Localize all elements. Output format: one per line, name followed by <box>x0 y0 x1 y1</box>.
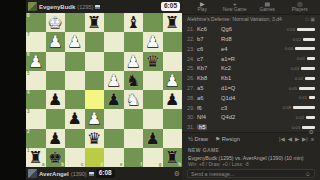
move-time-bar <box>295 47 315 50</box>
game-controls: ½ Draw ⚑ Resign |◀◀▶▶|≡ <box>182 132 320 145</box>
move-time-bar <box>306 116 315 119</box>
move-number: 23. <box>187 46 197 52</box>
square-f6[interactable]: ♟ <box>124 52 144 71</box>
square-a3[interactable]: 3 <box>26 109 46 128</box>
square-d2[interactable]: ♛ <box>85 129 105 148</box>
black-move[interactable]: a1=R <box>221 56 245 62</box>
square-b5[interactable] <box>46 71 66 90</box>
move-time: 0:02 <box>245 37 303 42</box>
square-b8[interactable]: ♚ <box>46 13 66 32</box>
square-c6[interactable] <box>65 52 85 71</box>
square-b6[interactable] <box>46 52 66 71</box>
black-move[interactable]: Kc2 <box>221 65 245 71</box>
square-g2[interactable]: ♟ <box>143 129 163 148</box>
move-number: 29. <box>187 105 197 111</box>
black-rook-h8[interactable]: ♜ <box>163 13 183 32</box>
rank-label-3: 3 <box>27 110 30 115</box>
opening-row: Alekhine's Defense: Normal Variation, 3.… <box>182 15 320 23</box>
draw-half-icon: ½ <box>188 136 193 142</box>
white-move[interactable]: a5 <box>197 85 221 91</box>
black-rook-h1[interactable]: ♜ <box>163 148 183 167</box>
bottom-player-rating: (1390) <box>71 171 87 177</box>
square-c4[interactable] <box>65 90 85 109</box>
top-player-bar: EvgenyBudk (1295) 6:05 <box>26 0 182 13</box>
white-pawn-d3[interactable]: ♟ <box>85 109 105 128</box>
move-time: 0:08 <box>245 105 293 110</box>
square-e8[interactable] <box>104 13 124 32</box>
black-move[interactable]: e4 <box>221 46 245 52</box>
black-knight-f5[interactable]: ♞ <box>124 71 144 90</box>
white-pawn-b7[interactable]: ♟ <box>46 32 66 51</box>
move-row-30: 30.Nf4Q4d20:02 <box>182 113 320 123</box>
opening-book-icon[interactable]: □ <box>305 17 308 22</box>
move-time: 0:02 <box>245 115 306 120</box>
square-c7[interactable]: ♟ <box>65 32 85 51</box>
square-e6[interactable] <box>104 52 124 71</box>
square-h4[interactable]: ♟ <box>163 90 183 109</box>
tab-label: Play <box>198 7 207 13</box>
white-knight-f4[interactable]: ♞ <box>124 90 144 109</box>
move-row-21: 21.Kc6Qg60:04 <box>182 24 320 34</box>
new-game-rating-changes: Win: +8 / Draw: +0 / Loss: -8 <box>188 162 314 167</box>
square-g4[interactable] <box>143 90 163 109</box>
black-rook-a1[interactable]: ♜ <box>26 148 46 167</box>
square-a6[interactable]: 6♟ <box>26 52 46 71</box>
black-pawn-c3[interactable]: ♟ <box>65 109 85 128</box>
square-a5[interactable]: 5 <box>26 71 46 90</box>
square-a7[interactable]: 7 <box>26 32 46 51</box>
black-pawn-h4[interactable]: ♟ <box>163 90 183 109</box>
bottom-player-flag-icon <box>89 172 94 176</box>
square-d5[interactable] <box>85 71 105 90</box>
square-e7[interactable] <box>104 32 124 51</box>
white-pawn-a6[interactable]: ♟ <box>26 52 46 71</box>
board-settings-gear-icon[interactable]: ⚙ <box>174 170 180 177</box>
top-player-clock: 6:05 <box>161 2 180 11</box>
top-player-flag-icon <box>95 5 100 9</box>
square-e3[interactable] <box>104 109 124 128</box>
square-b1[interactable]: b♚ <box>46 148 66 167</box>
move-number: 21. <box>187 26 197 32</box>
square-f4[interactable]: ♞ <box>124 90 144 109</box>
move-row-24: 24.c7a1=R0:01 <box>182 54 320 64</box>
nav-prev-button[interactable]: ◀ <box>288 136 292 142</box>
square-a2[interactable]: 2 <box>26 129 46 148</box>
game-settings-gear-icon[interactable]: ⚙ <box>309 128 314 135</box>
new-game-block: NEW GAME EvgenyBudk (1295) vs. AverAngel… <box>182 145 320 168</box>
move-time: 0:01 <box>245 56 307 61</box>
move-number: 30. <box>187 114 197 120</box>
move-number: 26. <box>187 75 197 81</box>
square-b7[interactable]: ♟ <box>46 32 66 51</box>
chat-emoji-icon[interactable]: ☺ <box>305 171 311 177</box>
tab-play[interactable]: ▶Play <box>186 1 219 13</box>
square-c2[interactable] <box>65 129 85 148</box>
square-d3[interactable]: ♟ <box>85 109 105 128</box>
square-e1[interactable]: e <box>104 148 124 167</box>
black-move[interactable]: Kb1 <box>221 75 245 81</box>
white-move[interactable]: h5 <box>197 124 207 130</box>
resign-button[interactable]: ⚑ Resign <box>215 136 240 142</box>
square-f3[interactable] <box>124 109 144 128</box>
opening-name: Alekhine's Defense: Normal Variation, 3.… <box>187 16 303 22</box>
bottom-player-name[interactable]: AverAngel <box>39 171 69 177</box>
move-time: 0:03 <box>245 66 301 71</box>
square-e5[interactable]: ♟ <box>104 71 124 90</box>
square-b4[interactable]: ♟ <box>46 90 66 109</box>
square-h6[interactable] <box>163 52 183 71</box>
square-h3[interactable] <box>163 109 183 128</box>
move-time: 0:05 <box>245 86 299 91</box>
white-move[interactable]: b7 <box>197 36 221 42</box>
resign-flag-icon: ⚑ <box>215 136 220 142</box>
tab-label: Players <box>292 7 308 13</box>
square-h1[interactable]: h♜ <box>163 148 183 167</box>
move-number: 28. <box>187 95 197 101</box>
move-time: 0:02 <box>245 76 305 81</box>
chess-app: EvgenyBudk (1295) 6:05 8♚♜♝♜7♟♟♟6♟♟♛5♟♞♟… <box>0 0 320 180</box>
side-panel: ▶Play+New Game▤Games◎Players Alekhine's … <box>182 0 320 180</box>
white-move[interactable]: Kc6 <box>197 26 221 32</box>
black-move[interactable]: Q1d4 <box>221 95 245 101</box>
white-move[interactable]: c6 <box>197 46 221 52</box>
rank-label-8: 8 <box>27 14 30 19</box>
draw-button[interactable]: ½ Draw <box>188 136 208 142</box>
bottom-player-avatar[interactable] <box>28 169 37 178</box>
square-b3[interactable] <box>46 109 66 128</box>
white-pawn-c7[interactable]: ♟ <box>65 32 85 51</box>
black-king-b1[interactable]: ♚ <box>46 148 66 167</box>
bottom-player-clock: 6:08 <box>96 169 115 178</box>
tab-label: Games <box>260 7 275 13</box>
square-f8[interactable]: ♝ <box>124 13 144 32</box>
move-row-29: 29.f6c30:08 <box>182 103 320 113</box>
move-row-25: 25.Kb7Kc20:03 <box>182 64 320 74</box>
white-move[interactable]: f6 <box>197 105 221 111</box>
move-time-bar <box>299 87 315 90</box>
square-f1[interactable]: f <box>124 148 144 167</box>
white-pawn-f6[interactable]: ♟ <box>124 52 144 71</box>
square-g1[interactable]: g <box>143 148 163 167</box>
black-move[interactable]: Q4d2 <box>221 114 245 120</box>
chat-placeholder: Send a message... <box>191 171 305 177</box>
rank-label-4: 4 <box>27 91 30 96</box>
chess-board[interactable]: 8♚♜♝♜7♟♟♟6♟♟♛5♟♞♟4♟♟♞♟3♟♟2♟♛♟1a♜b♚cdefgh… <box>26 13 182 167</box>
top-player-avatar[interactable] <box>28 2 37 11</box>
white-pawn-g7[interactable]: ♟ <box>143 32 163 51</box>
white-king-b8[interactable]: ♚ <box>46 13 66 32</box>
black-pawn-b2[interactable]: ♟ <box>46 129 66 148</box>
square-g3[interactable] <box>143 109 163 128</box>
square-c5[interactable] <box>65 71 85 90</box>
move-number: 22. <box>187 36 197 42</box>
opening-flip-icon[interactable]: ▣ <box>310 17 315 22</box>
chat-row: Send a message... ☺ <box>182 168 320 180</box>
square-d1[interactable]: d <box>85 148 105 167</box>
black-pawn-g2[interactable]: ♟ <box>143 129 163 148</box>
move-row-22: 22.b7Rd80:02 <box>182 34 320 44</box>
square-h2[interactable] <box>163 129 183 148</box>
move-time-bar <box>297 28 315 31</box>
square-g6[interactable]: ♛ <box>143 52 163 71</box>
square-b2[interactable]: ♟ <box>46 129 66 148</box>
new-game-matchup: EvgenyBudk (1295) vs. AverAngel (1390) (… <box>188 155 314 161</box>
square-g5[interactable] <box>143 71 163 90</box>
square-a4[interactable]: 4 <box>26 90 46 109</box>
rank-label-7: 7 <box>27 33 30 38</box>
move-number: 31. <box>187 124 197 130</box>
move-row-31: 31.h50:03 <box>182 122 320 132</box>
move-number: 25. <box>187 65 197 71</box>
tab-label: New Game <box>223 7 247 13</box>
left-gutter <box>0 0 26 180</box>
move-row-23: 23.c6e40:06 <box>182 44 320 54</box>
square-g8[interactable] <box>143 13 163 32</box>
black-rook-d8[interactable]: ♜ <box>85 13 105 32</box>
bottom-player-bar: AverAngel (1390) 6:08 ⚙ <box>26 167 182 180</box>
black-move[interactable]: d1=Q <box>221 85 245 91</box>
rank-label-2: 2 <box>27 130 30 135</box>
white-move[interactable]: Kb7 <box>197 65 221 71</box>
move-navigation: |◀◀▶▶|≡ <box>279 136 314 142</box>
square-d4[interactable] <box>85 90 105 109</box>
white-move[interactable]: c7 <box>197 56 221 62</box>
square-d6[interactable] <box>85 52 105 71</box>
black-bishop-f8[interactable]: ♝ <box>124 13 144 32</box>
move-time-bar <box>307 57 315 60</box>
tab-players[interactable]: ◎Players <box>284 1 317 13</box>
top-player-name[interactable]: EvgenyBudk <box>39 4 75 10</box>
square-e4[interactable]: ♟ <box>104 90 124 109</box>
top-player-rating: (1295) <box>77 4 93 10</box>
panel-tabs: ▶Play+New Game▤Games◎Players <box>182 0 320 15</box>
move-time-bar <box>301 67 315 70</box>
move-row-28: 28.a6Q1d40:01 <box>182 93 320 103</box>
tab-new-game[interactable]: +New Game <box>219 1 252 13</box>
square-d8[interactable]: ♜ <box>85 13 105 32</box>
square-h8[interactable]: ♜ <box>163 13 183 32</box>
nav-menu-button[interactable]: ≡ <box>311 136 314 142</box>
black-pawn-b4[interactable]: ♟ <box>46 90 66 109</box>
square-a8[interactable]: 8 <box>26 13 46 32</box>
black-pawn-e4[interactable]: ♟ <box>104 90 124 109</box>
black-queen-d2[interactable]: ♛ <box>85 129 105 148</box>
square-f5[interactable]: ♞ <box>124 71 144 90</box>
white-move[interactable]: Kb8 <box>197 75 221 81</box>
square-h7[interactable] <box>163 32 183 51</box>
black-move[interactable]: Rd8 <box>221 36 245 42</box>
square-g7[interactable]: ♟ <box>143 32 163 51</box>
move-time-bar <box>305 77 315 80</box>
move-time: 0:01 <box>245 95 309 100</box>
chat-input[interactable]: Send a message... ☺ <box>187 169 315 178</box>
move-time: 0:03 <box>243 125 302 130</box>
square-e2[interactable] <box>104 129 124 148</box>
move-row-26: 26.Kb8Kb10:02 <box>182 73 320 83</box>
nav-next-button[interactable]: ▶ <box>295 136 299 142</box>
move-time-bar <box>293 106 315 109</box>
new-game-header: NEW GAME <box>188 147 219 153</box>
move-time: 0:06 <box>245 46 295 51</box>
nav-first-button[interactable]: |◀ <box>279 136 285 142</box>
move-number: 24. <box>187 56 197 62</box>
move-row-27: 27.a5d1=Q0:05 <box>182 83 320 93</box>
square-c8[interactable] <box>65 13 85 32</box>
move-list[interactable]: 21.Kc6Qg60:0422.b7Rd80:0223.c6e40:0624.c… <box>182 23 320 132</box>
square-f2[interactable] <box>124 129 144 148</box>
move-time: 0:04 <box>245 27 297 32</box>
black-move[interactable]: c3 <box>221 105 245 111</box>
move-time-bar <box>309 96 315 99</box>
move-time-bar <box>303 38 315 41</box>
move-number: 27. <box>187 85 197 91</box>
rank-label-5: 5 <box>27 72 30 77</box>
black-queen-g6[interactable]: ♛ <box>143 52 163 71</box>
square-a1[interactable]: 1a♜ <box>26 148 46 167</box>
square-f7[interactable] <box>124 32 144 51</box>
black-move[interactable]: Qg6 <box>221 26 245 32</box>
square-d7[interactable] <box>85 32 105 51</box>
tab-games[interactable]: ▤Games <box>251 1 284 13</box>
square-c1[interactable]: c <box>65 148 85 167</box>
white-pawn-h5[interactable]: ♟ <box>163 71 183 90</box>
white-pawn-e5[interactable]: ♟ <box>104 71 124 90</box>
square-c3[interactable]: ♟ <box>65 109 85 128</box>
nav-last-button[interactable]: ▶| <box>302 136 308 142</box>
square-h5[interactable]: ♟ <box>163 71 183 90</box>
white-move[interactable]: a6 <box>197 95 221 101</box>
white-move[interactable]: Nf4 <box>197 114 221 120</box>
